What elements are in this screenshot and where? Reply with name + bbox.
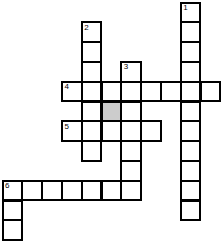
crossword-grid: 123456 — [0, 0, 221, 241]
cell-r4c7[interactable] — [140, 81, 162, 103]
cell-r4c8[interactable] — [160, 81, 182, 103]
cell-r7c4[interactable] — [81, 140, 103, 162]
cell-r5c4[interactable] — [81, 101, 103, 123]
cell-r11c0[interactable] — [2, 219, 24, 241]
cell-r4c4[interactable] — [81, 81, 103, 103]
cell-r3c4[interactable] — [81, 61, 103, 83]
cell-r4c6[interactable] — [120, 81, 142, 103]
cell-r1c4[interactable]: 2 — [81, 21, 103, 43]
cell-r9c2[interactable] — [41, 180, 63, 202]
cell-r6c4[interactable] — [81, 120, 103, 142]
cell-r9c9[interactable] — [180, 180, 202, 202]
clue-number-6: 6 — [5, 182, 9, 190]
cell-r6c9[interactable] — [180, 120, 202, 142]
cell-r4c5[interactable] — [101, 81, 123, 103]
cell-r7c6[interactable] — [120, 140, 142, 162]
cell-r9c3[interactable] — [61, 180, 83, 202]
cell-r9c4[interactable] — [81, 180, 103, 202]
cell-r8c6[interactable] — [120, 160, 142, 182]
cell-r5c9[interactable] — [180, 101, 202, 123]
cell-r5c6[interactable] — [120, 101, 142, 123]
cell-r6c6[interactable] — [120, 120, 142, 142]
cell-r10c9[interactable] — [180, 200, 202, 222]
cell-r4c9[interactable] — [180, 81, 202, 103]
cell-r2c4[interactable] — [81, 41, 103, 63]
cell-r3c9[interactable] — [180, 61, 202, 83]
clue-number-5: 5 — [64, 123, 68, 131]
cell-r6c5[interactable] — [101, 120, 123, 142]
cell-r8c9[interactable] — [180, 160, 202, 182]
clue-number-3: 3 — [124, 63, 128, 71]
shaded-cell-r5c5 — [101, 101, 123, 123]
cell-r1c9[interactable] — [180, 21, 202, 43]
cell-r6c7[interactable] — [140, 120, 162, 142]
cell-r6c3[interactable]: 5 — [61, 120, 83, 142]
cell-r7c9[interactable] — [180, 140, 202, 162]
clue-number-4: 4 — [64, 83, 68, 91]
cell-r9c1[interactable] — [21, 180, 43, 202]
clue-number-2: 2 — [84, 24, 88, 32]
cell-r2c9[interactable] — [180, 41, 202, 63]
cell-r4c3[interactable]: 4 — [61, 81, 83, 103]
cell-r3c6[interactable]: 3 — [120, 61, 142, 83]
cell-r0c9[interactable]: 1 — [180, 2, 202, 24]
cell-r9c5[interactable] — [101, 180, 123, 202]
clue-number-1: 1 — [183, 4, 187, 12]
cell-r9c6[interactable] — [120, 180, 142, 202]
cell-r4c10[interactable] — [200, 81, 222, 103]
cell-r10c0[interactable] — [2, 200, 24, 222]
cell-r9c0[interactable]: 6 — [2, 180, 24, 202]
